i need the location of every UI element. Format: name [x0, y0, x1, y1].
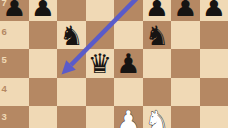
piece-white-knight-f3[interactable]: ♞: [143, 107, 172, 128]
piece-black-knight-f6[interactable]: ♞: [143, 22, 172, 51]
square-d7[interactable]: [86, 0, 115, 21]
square-b5[interactable]: [29, 49, 58, 78]
square-a3[interactable]: 3: [0, 106, 29, 128]
piece-black-pawn-b7[interactable]: ♟: [29, 0, 58, 22]
square-f6[interactable]: ♞: [143, 21, 172, 50]
square-g7[interactable]: ♟: [171, 0, 200, 21]
piece-black-pawn-e5[interactable]: ♟: [114, 50, 143, 79]
rank-label-4: 4: [2, 84, 7, 94]
square-a5[interactable]: 5: [0, 49, 29, 78]
square-a7[interactable]: 7♟: [0, 0, 29, 21]
square-b4[interactable]: [29, 78, 58, 107]
piece-black-pawn-g7[interactable]: ♟: [171, 0, 200, 22]
square-f7[interactable]: ♟: [143, 0, 172, 21]
square-g4[interactable]: [171, 78, 200, 107]
piece-black-queen-d5[interactable]: ♛: [86, 50, 115, 79]
square-b6[interactable]: [29, 21, 58, 50]
square-c7[interactable]: [57, 0, 86, 21]
square-c5[interactable]: [57, 49, 86, 78]
square-f5[interactable]: [143, 49, 172, 78]
square-e6[interactable]: [114, 21, 143, 50]
square-d6[interactable]: [86, 21, 115, 50]
board-squares: 7♟♟♟♟♟6♞♞5♛♟43♟♞: [0, 0, 228, 128]
square-h7[interactable]: ♟: [200, 0, 229, 21]
square-c4[interactable]: [57, 78, 86, 107]
rank-label-5: 5: [2, 55, 7, 65]
square-h5[interactable]: [200, 49, 229, 78]
square-e5[interactable]: ♟: [114, 49, 143, 78]
piece-black-pawn-h7[interactable]: ♟: [200, 0, 229, 22]
chessboard: 7♟♟♟♟♟6♞♞5♛♟43♟♞: [0, 0, 228, 128]
piece-black-knight-c6[interactable]: ♞: [57, 22, 86, 51]
square-e3[interactable]: ♟: [114, 106, 143, 128]
square-d3[interactable]: [86, 106, 115, 128]
square-h3[interactable]: [200, 106, 229, 128]
square-d4[interactable]: [86, 78, 115, 107]
square-a6[interactable]: 6: [0, 21, 29, 50]
square-c6[interactable]: ♞: [57, 21, 86, 50]
square-h4[interactable]: [200, 78, 229, 107]
piece-black-pawn-f7[interactable]: ♟: [143, 0, 172, 22]
piece-black-pawn-a7[interactable]: ♟: [0, 0, 29, 22]
rank-label-3: 3: [2, 112, 7, 122]
square-b7[interactable]: ♟: [29, 0, 58, 21]
square-f3[interactable]: ♞: [143, 106, 172, 128]
square-g3[interactable]: [171, 106, 200, 128]
piece-white-pawn-e3[interactable]: ♟: [114, 107, 143, 128]
square-g5[interactable]: [171, 49, 200, 78]
square-a4[interactable]: 4: [0, 78, 29, 107]
square-f4[interactable]: [143, 78, 172, 107]
square-b3[interactable]: [29, 106, 58, 128]
square-c3[interactable]: [57, 106, 86, 128]
square-d5[interactable]: ♛: [86, 49, 115, 78]
square-e4[interactable]: [114, 78, 143, 107]
square-h6[interactable]: [200, 21, 229, 50]
square-e7[interactable]: [114, 0, 143, 21]
square-g6[interactable]: [171, 21, 200, 50]
rank-label-6: 6: [2, 27, 7, 37]
